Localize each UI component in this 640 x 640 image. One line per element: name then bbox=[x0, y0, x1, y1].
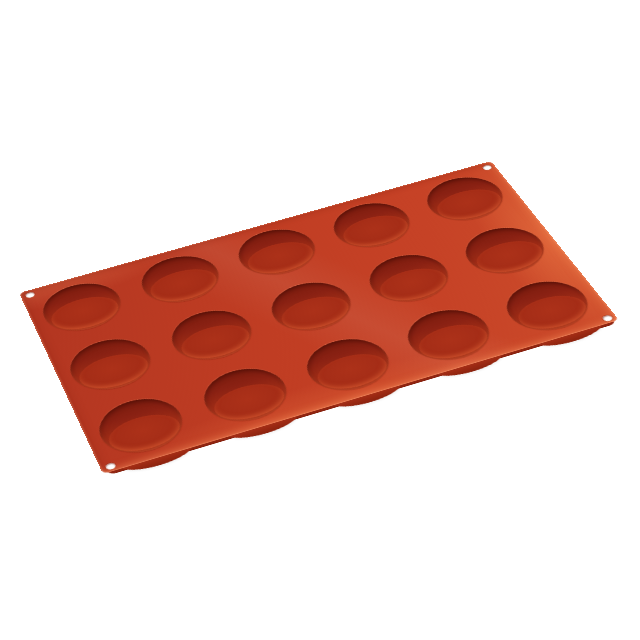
product-photo bbox=[0, 0, 640, 640]
cavity-floor bbox=[144, 263, 223, 307]
cavity-floor bbox=[310, 347, 395, 395]
cavity-floor bbox=[207, 377, 292, 427]
mold-cavity bbox=[416, 170, 514, 228]
cavity-floor bbox=[102, 408, 187, 459]
mold-cavity bbox=[34, 276, 129, 339]
mold-cavity bbox=[358, 247, 460, 309]
cavity-floor bbox=[510, 289, 596, 335]
cavity-grid bbox=[19, 161, 619, 474]
cavity-floor bbox=[468, 235, 550, 278]
mold-cavity bbox=[396, 302, 502, 368]
mold-cavity bbox=[494, 274, 601, 339]
cavity-floor bbox=[73, 347, 155, 395]
mold-top-surface bbox=[19, 161, 619, 474]
silicone-mold-sheet bbox=[19, 161, 619, 474]
cavity-floor bbox=[336, 210, 415, 252]
mold-cavity bbox=[296, 331, 401, 399]
mold-cavity bbox=[261, 275, 362, 339]
cavity-floor bbox=[46, 291, 125, 336]
mold-cavity bbox=[162, 303, 262, 368]
cavity-floor bbox=[175, 318, 257, 365]
cavity-floor bbox=[241, 236, 320, 279]
mold-cavity bbox=[454, 220, 556, 281]
cavity-floor bbox=[430, 184, 509, 225]
cavity-floor bbox=[274, 290, 356, 335]
mold-cavity bbox=[229, 222, 326, 282]
mold-cavity bbox=[132, 249, 228, 311]
mold-cavity bbox=[194, 360, 298, 430]
mold-cavity bbox=[323, 196, 421, 255]
mold-cavity bbox=[61, 331, 160, 398]
cavity-floor bbox=[411, 318, 496, 365]
mold-cavity bbox=[90, 390, 193, 461]
cavity-floor bbox=[372, 262, 454, 306]
